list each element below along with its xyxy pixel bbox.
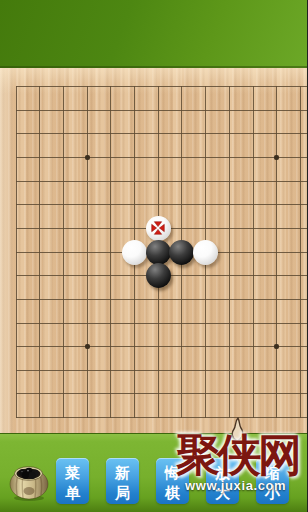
last-move-marker	[151, 221, 165, 235]
grid-line-horizontal	[16, 181, 308, 182]
zoom-in-button[interactable]: 放大	[206, 458, 239, 504]
toolbar: 菜单 新局 悔棋 放大 缩小	[0, 433, 307, 512]
star-point	[274, 344, 279, 349]
zoom-out-button-label: 缩小	[264, 463, 281, 502]
board-grid	[0, 68, 307, 433]
grid-line-horizontal	[16, 346, 308, 347]
zoom-in-button-label: 放大	[214, 463, 231, 502]
grid-line-horizontal	[16, 86, 308, 87]
grid-line-horizontal	[16, 323, 308, 324]
stone-black	[169, 240, 194, 265]
top-bar	[0, 0, 307, 68]
undo-button[interactable]: 悔棋	[156, 458, 189, 504]
new-game-button[interactable]: 新局	[106, 458, 139, 504]
grid-line-horizontal	[16, 204, 308, 205]
stone-black	[146, 263, 171, 288]
grid-line-horizontal	[16, 133, 308, 134]
grid-line-vertical	[276, 86, 277, 418]
undo-button-label: 悔棋	[164, 463, 181, 502]
zoom-out-button[interactable]: 缩小	[256, 458, 289, 504]
menu-button[interactable]: 菜单	[56, 458, 89, 504]
star-point	[274, 155, 279, 160]
stone-bowl-icon	[9, 462, 49, 502]
star-point	[85, 155, 90, 160]
stone-white-last-move	[146, 216, 171, 241]
grid-line-horizontal	[16, 299, 308, 300]
stone-white	[122, 240, 147, 265]
grid-line-horizontal	[16, 417, 308, 418]
grid-line-horizontal	[16, 370, 308, 371]
grid-line-horizontal	[16, 110, 308, 111]
gomoku-app-screen: 菜单 新局 悔棋 放大 缩小 聚侠网 www.juxia.com	[0, 0, 307, 512]
grid-line-vertical	[229, 86, 230, 418]
grid-line-vertical	[300, 86, 301, 418]
menu-button-label: 菜单	[64, 463, 81, 502]
star-point	[85, 344, 90, 349]
stone-white	[193, 240, 218, 265]
new-game-button-label: 新局	[114, 463, 131, 502]
gomoku-board[interactable]	[0, 68, 307, 433]
stone-black	[146, 240, 171, 265]
grid-line-horizontal	[16, 393, 308, 394]
grid-line-vertical	[253, 86, 254, 418]
grid-line-horizontal	[16, 157, 308, 158]
